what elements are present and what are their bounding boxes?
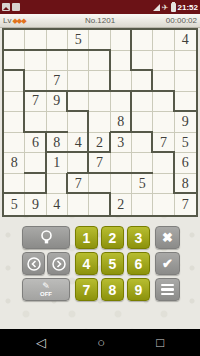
lightbulb-icon: [40, 230, 53, 245]
cell-r1c2[interactable]: [25, 30, 46, 51]
cell-r3c4[interactable]: [68, 71, 89, 92]
cell-r1c4[interactable]: 5: [68, 30, 89, 51]
cell-r8c7[interactable]: 5: [132, 174, 153, 195]
status-time: 21:52: [178, 3, 198, 12]
puzzle-number: No.1201: [0, 16, 200, 25]
cell-r9c5[interactable]: [89, 194, 110, 215]
cell-r5c8[interactable]: [153, 112, 174, 133]
cell-r4c5[interactable]: [89, 92, 110, 113]
cell-r8c3[interactable]: [47, 174, 68, 195]
cell-r1c3[interactable]: [47, 30, 68, 51]
digit-button-7[interactable]: 7: [75, 278, 98, 301]
undo-button[interactable]: [22, 252, 45, 275]
cell-r2c6[interactable]: [111, 51, 132, 72]
digit-button-8[interactable]: 8: [101, 278, 124, 301]
cell-r3c8[interactable]: [153, 71, 174, 92]
cell-r4c9[interactable]: [175, 92, 196, 113]
cell-r5c1[interactable]: [4, 112, 25, 133]
back-icon[interactable]: ◁: [36, 336, 46, 349]
confirm-button[interactable]: ✔: [155, 252, 180, 275]
cell-r1c8[interactable]: [153, 30, 174, 51]
screenshot-icon: [2, 3, 10, 11]
cell-r6c2[interactable]: 6: [25, 133, 46, 154]
cell-r5c2[interactable]: [25, 112, 46, 133]
cell-r9c1[interactable]: 5: [4, 194, 25, 215]
cell-r2c3[interactable]: [47, 51, 68, 72]
cell-r3c1[interactable]: [4, 71, 25, 92]
cell-r2c5[interactable]: [89, 51, 110, 72]
cell-r4c6[interactable]: [111, 92, 132, 113]
digit-button-9[interactable]: 9: [127, 278, 150, 301]
arrow-left-icon: [27, 257, 41, 271]
digit-button-1[interactable]: 1: [75, 226, 98, 249]
cell-r5c5[interactable]: [89, 112, 110, 133]
cell-r5c7[interactable]: [132, 112, 153, 133]
cell-r8c5[interactable]: [89, 174, 110, 195]
cell-r8c8[interactable]: [153, 174, 174, 195]
cell-r4c8[interactable]: [153, 92, 174, 113]
menu-icon: [161, 284, 174, 296]
cell-r1c1[interactable]: [4, 30, 25, 51]
cell-r1c6[interactable]: [111, 30, 132, 51]
status-bar: ✈ 21:52: [0, 0, 200, 14]
arrow-right-icon: [52, 257, 66, 271]
cell-r3c5[interactable]: [89, 71, 110, 92]
cell-r6c4[interactable]: 4: [68, 133, 89, 154]
cell-r3c3[interactable]: 7: [47, 71, 68, 92]
pencil-toggle-button[interactable]: ✎ OFF: [22, 278, 70, 301]
digit-button-4[interactable]: 4: [75, 252, 98, 275]
signal-icon: [153, 4, 160, 11]
home-icon[interactable]: ○: [97, 336, 105, 349]
battery-icon: [171, 3, 176, 12]
cell-r7c7[interactable]: [132, 153, 153, 174]
cell-r6c6[interactable]: 3: [111, 133, 132, 154]
cell-r8c9[interactable]: 8: [175, 174, 196, 195]
cell-r4c4[interactable]: [68, 92, 89, 113]
cell-r9c6[interactable]: 2: [111, 194, 132, 215]
digit-button-3[interactable]: 3: [127, 226, 150, 249]
cell-r4c2[interactable]: 7: [25, 92, 46, 113]
title-bar: No.1201 Lv ◆◆◆ 00:00:02: [0, 14, 200, 28]
delete-button[interactable]: ✖: [155, 226, 180, 249]
cell-r2c8[interactable]: [153, 51, 174, 72]
cell-r6c7[interactable]: [132, 133, 153, 154]
digit-button-6[interactable]: 6: [127, 252, 150, 275]
cell-r5c4[interactable]: [68, 112, 89, 133]
app-notification-icon: [12, 3, 20, 11]
cell-r3c2[interactable]: [25, 71, 46, 92]
cell-r7c8[interactable]: [153, 153, 174, 174]
pencil-toggle-label: OFF: [40, 291, 52, 297]
cell-r2c2[interactable]: [25, 51, 46, 72]
cell-r7c4[interactable]: [68, 153, 89, 174]
airplane-mode-icon: ✈: [162, 3, 169, 12]
cell-r5c3[interactable]: [47, 112, 68, 133]
cell-r9c7[interactable]: [132, 194, 153, 215]
cell-r2c1[interactable]: [4, 51, 25, 72]
cell-r5c6[interactable]: 8: [111, 112, 132, 133]
cell-r4c7[interactable]: [132, 92, 153, 113]
cell-r2c9[interactable]: [175, 51, 196, 72]
cell-r1c5[interactable]: [89, 30, 110, 51]
app-screen: ✈ 21:52 No.1201 Lv ◆◆◆ 00:00:02 54779896…: [0, 0, 200, 356]
close-icon: ✖: [162, 230, 173, 245]
cell-r3c7[interactable]: [132, 71, 153, 92]
sudoku-board: 54779896842375817675859427: [2, 28, 198, 217]
android-nav-bar: ◁ ○ □: [0, 329, 200, 356]
redo-button[interactable]: [47, 252, 70, 275]
cell-r4c1[interactable]: [4, 92, 25, 113]
cell-r2c4[interactable]: [68, 51, 89, 72]
cell-r3c6[interactable]: [111, 71, 132, 92]
pencil-icon: ✎: [42, 282, 50, 291]
cell-r7c5[interactable]: 7: [89, 153, 110, 174]
cell-r9c2[interactable]: 9: [25, 194, 46, 215]
recents-icon[interactable]: □: [156, 336, 164, 349]
cell-r3c9[interactable]: [175, 71, 196, 92]
cell-r6c3[interactable]: 8: [47, 133, 68, 154]
cell-r1c7[interactable]: [132, 30, 153, 51]
cell-r9c9[interactable]: 7: [175, 194, 196, 215]
digit-button-2[interactable]: 2: [101, 226, 124, 249]
cell-r6c5[interactable]: 2: [89, 133, 110, 154]
cell-r7c9[interactable]: 6: [175, 153, 196, 174]
cell-r9c4[interactable]: [68, 194, 89, 215]
cell-r9c3[interactable]: 4: [47, 194, 68, 215]
cell-r7c3[interactable]: 1: [47, 153, 68, 174]
cell-r7c6[interactable]: [111, 153, 132, 174]
cell-r6c8[interactable]: 7: [153, 133, 174, 154]
cell-r7c2[interactable]: [25, 153, 46, 174]
cell-r9c8[interactable]: [153, 194, 174, 215]
cell-r6c1[interactable]: [4, 133, 25, 154]
menu-button[interactable]: [155, 278, 180, 301]
cell-r2c7[interactable]: [132, 51, 153, 72]
cell-r8c6[interactable]: [111, 174, 132, 195]
cell-r4c3[interactable]: 9: [47, 92, 68, 113]
hint-button[interactable]: [22, 226, 70, 249]
cell-r5c9[interactable]: 9: [175, 112, 196, 133]
digit-button-5[interactable]: 5: [101, 252, 124, 275]
cell-r8c2[interactable]: [25, 174, 46, 195]
cell-r6c9[interactable]: 5: [175, 133, 196, 154]
check-icon: ✔: [162, 256, 173, 271]
cell-r8c1[interactable]: [4, 174, 25, 195]
cell-r1c9[interactable]: 4: [175, 30, 196, 51]
cell-r7c1[interactable]: 8: [4, 153, 25, 174]
cell-r8c4[interactable]: 7: [68, 174, 89, 195]
